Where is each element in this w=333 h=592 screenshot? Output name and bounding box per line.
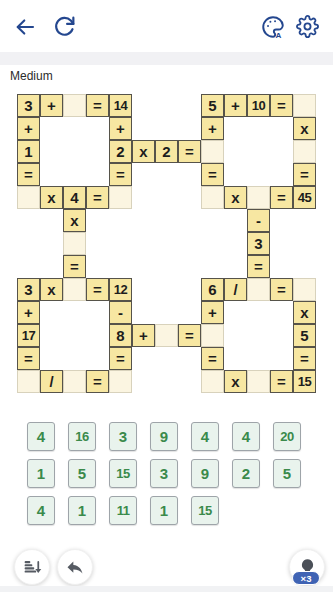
sort-icon: [22, 557, 43, 578]
cell-0-2-empty-slot[interactable]: [63, 94, 86, 117]
cell-12-10-empty-slot[interactable]: [247, 370, 270, 393]
number-tile-3[interactable]: 3: [109, 422, 137, 451]
cell-1-8: +: [201, 117, 224, 140]
number-tile-9[interactable]: 9: [191, 459, 219, 488]
cell-10-8-empty-slot[interactable]: [201, 324, 224, 347]
cell-10-6-empty-slot[interactable]: [155, 324, 178, 347]
cell-11-8: =: [201, 347, 224, 370]
cell-11-4: =: [109, 347, 132, 370]
cell-8-3: =: [86, 278, 109, 301]
cell-0-9: +: [224, 94, 247, 117]
cell-8-11: =: [270, 278, 293, 301]
number-tile-9[interactable]: 9: [150, 422, 178, 451]
cell-2-7: =: [178, 140, 201, 163]
cell-1-12: x: [293, 117, 316, 140]
gear-icon: [296, 15, 319, 38]
cell-12-0-empty-slot[interactable]: [17, 370, 40, 393]
top-bar: A: [0, 0, 333, 52]
cell-4-9: x: [224, 186, 247, 209]
cell-12-2-empty-slot[interactable]: [63, 370, 86, 393]
number-tile-16[interactable]: 16: [68, 422, 96, 451]
number-tile-15[interactable]: 15: [109, 459, 137, 488]
cell-3-8: =: [201, 163, 224, 186]
theme-button[interactable]: A: [260, 14, 286, 44]
number-tile-3[interactable]: 3: [150, 459, 178, 488]
cell-12-12: 15: [293, 370, 316, 393]
cell-4-3: =: [86, 186, 109, 209]
bottom-divider-band: [0, 586, 333, 592]
cell-3-4: =: [109, 163, 132, 186]
cell-8-10-empty-slot[interactable]: [247, 278, 270, 301]
cell-10-7: =: [178, 324, 201, 347]
number-tile-5[interactable]: 5: [273, 459, 301, 488]
undo-icon: [65, 557, 85, 577]
tile-row: 4111115: [27, 496, 327, 525]
restart-button[interactable]: [52, 14, 77, 43]
cell-2-4: 2: [109, 140, 132, 163]
cell-12-8-empty-slot[interactable]: [201, 370, 224, 393]
cell-12-4-empty-slot[interactable]: [109, 370, 132, 393]
palette-icon: A: [260, 14, 286, 40]
difficulty-label: Medium: [10, 69, 53, 83]
cell-0-10: 10: [247, 94, 270, 117]
cell-1-4: +: [109, 117, 132, 140]
cell-8-8: 6: [201, 278, 224, 301]
cell-0-3: =: [86, 94, 109, 117]
number-tile-4[interactable]: 4: [27, 496, 55, 525]
cell-9-8: +: [201, 301, 224, 324]
cell-7-2: =: [63, 255, 86, 278]
refresh-icon: [52, 14, 77, 39]
cell-10-4: 8: [109, 324, 132, 347]
cell-10-0: 17: [17, 324, 40, 347]
number-tile-11[interactable]: 11: [109, 496, 137, 525]
puzzle-grid: 3+=145+10=+++x12x2=====x4=x=45x-3==3x=12…: [17, 94, 316, 393]
cell-6-2-empty-slot[interactable]: [63, 232, 86, 255]
cell-8-12-empty-slot[interactable]: [293, 278, 316, 301]
back-button[interactable]: [13, 15, 37, 43]
tile-row: 416394420: [27, 422, 327, 451]
number-tile-1[interactable]: 1: [150, 496, 178, 525]
number-tile-5[interactable]: 5: [68, 459, 96, 488]
cell-12-9: x: [224, 370, 247, 393]
number-tile-1[interactable]: 1: [27, 459, 55, 488]
cell-12-3: =: [86, 370, 109, 393]
cell-10-5: +: [132, 324, 155, 347]
hint-count-badge: ×3: [292, 571, 320, 585]
cell-3-12: =: [293, 163, 316, 186]
cell-9-12: x: [293, 301, 316, 324]
number-tile-15[interactable]: 15: [191, 496, 219, 525]
cell-4-4-empty-slot[interactable]: [109, 186, 132, 209]
cell-4-12: 45: [293, 186, 316, 209]
cell-8-2-empty-slot[interactable]: [63, 278, 86, 301]
cell-2-6: 2: [155, 140, 178, 163]
undo-button[interactable]: [57, 549, 93, 585]
number-tile-4[interactable]: 4: [232, 422, 260, 451]
number-tile-tray: 416394420151539254111115: [27, 422, 327, 533]
cell-4-2: 4: [63, 186, 86, 209]
cell-0-11: =: [270, 94, 293, 117]
cell-4-11: =: [270, 186, 293, 209]
cell-4-10-empty-slot[interactable]: [247, 186, 270, 209]
cell-5-2: x: [63, 209, 86, 232]
cell-2-8-empty-slot[interactable]: [201, 140, 224, 163]
tile-row: 15153925: [27, 459, 327, 488]
arrow-left-icon: [13, 15, 37, 39]
cell-10-12: 5: [293, 324, 316, 347]
cell-8-0: 3: [17, 278, 40, 301]
cell-7-10: =: [247, 255, 270, 278]
cell-0-0: 3: [17, 94, 40, 117]
cell-8-1: x: [40, 278, 63, 301]
number-tile-20[interactable]: 20: [273, 422, 301, 451]
cell-2-5: x: [132, 140, 155, 163]
cell-8-4: 12: [109, 278, 132, 301]
cell-11-0: =: [17, 347, 40, 370]
cell-0-1: +: [40, 94, 63, 117]
sort-tiles-button[interactable]: [14, 549, 50, 585]
cell-4-8-empty-slot[interactable]: [201, 186, 224, 209]
cell-3-0: =: [17, 163, 40, 186]
cell-0-8: 5: [201, 94, 224, 117]
cell-11-12: =: [293, 347, 316, 370]
cell-2-12-empty-slot[interactable]: [293, 140, 316, 163]
cell-0-12-empty-slot[interactable]: [293, 94, 316, 117]
cell-12-1: /: [40, 370, 63, 393]
number-tile-4[interactable]: 4: [27, 422, 55, 451]
number-tile-1[interactable]: 1: [68, 496, 96, 525]
cell-4-1: x: [40, 186, 63, 209]
svg-text:A: A: [275, 31, 281, 40]
cell-12-11: =: [270, 370, 293, 393]
cell-6-10: 3: [247, 232, 270, 255]
cell-4-0-empty-slot[interactable]: [17, 186, 40, 209]
top-divider-band: [0, 52, 333, 65]
cell-9-4: -: [109, 301, 132, 324]
number-tile-4[interactable]: 4: [191, 422, 219, 451]
cell-8-9: /: [224, 278, 247, 301]
settings-button[interactable]: [296, 15, 319, 42]
cell-5-10: -: [247, 209, 270, 232]
cell-2-0: 1: [17, 140, 40, 163]
cell-0-4: 14: [109, 94, 132, 117]
number-tile-2[interactable]: 2: [232, 459, 260, 488]
cell-1-0: +: [17, 117, 40, 140]
cell-9-0: +: [17, 301, 40, 324]
